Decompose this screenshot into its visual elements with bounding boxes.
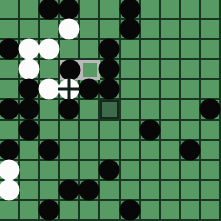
board-cell[interactable] — [60, 60, 80, 80]
board-cell[interactable] — [80, 0, 100, 20]
board-cell[interactable] — [141, 80, 161, 100]
board-cell[interactable] — [80, 60, 100, 80]
black-stone — [59, 179, 80, 200]
board-cell[interactable] — [201, 161, 221, 181]
black-stone — [139, 119, 160, 140]
board-cell[interactable] — [181, 201, 201, 221]
board-cell[interactable] — [141, 141, 161, 161]
board-cell[interactable] — [141, 60, 161, 80]
board-cell[interactable] — [40, 100, 60, 120]
board-cell[interactable] — [40, 181, 60, 201]
white-stone — [19, 39, 40, 60]
board-cell[interactable] — [40, 161, 60, 181]
board-cell[interactable] — [181, 161, 201, 181]
board-cell[interactable] — [201, 201, 221, 221]
board-cell[interactable] — [201, 141, 221, 161]
board-cell[interactable] — [201, 181, 221, 201]
board-cell[interactable] — [161, 100, 181, 120]
board-cell[interactable] — [121, 121, 141, 141]
board-cell[interactable] — [20, 20, 40, 40]
black-stone — [199, 99, 220, 120]
board-cell[interactable] — [20, 0, 40, 20]
board-cell[interactable] — [181, 121, 201, 141]
board-cell[interactable] — [0, 181, 20, 201]
board-cell[interactable] — [20, 80, 40, 100]
white-stone — [39, 79, 60, 100]
board-grid — [0, 0, 221, 221]
board-cell[interactable] — [40, 20, 60, 40]
board-cell[interactable] — [201, 0, 221, 20]
board-cell[interactable] — [20, 141, 40, 161]
board-cell[interactable] — [201, 60, 221, 80]
black-stone — [19, 99, 40, 120]
board-cell[interactable] — [20, 201, 40, 221]
board-cell[interactable] — [181, 100, 201, 120]
black-stone — [39, 0, 60, 20]
board-cell[interactable] — [161, 201, 181, 221]
board-cell[interactable] — [20, 181, 40, 201]
board-cell[interactable] — [20, 121, 40, 141]
board-cell[interactable] — [181, 141, 201, 161]
board-cell[interactable] — [40, 141, 60, 161]
board-cell[interactable] — [141, 181, 161, 201]
board-cell[interactable] — [80, 80, 100, 100]
board-cell[interactable] — [20, 60, 40, 80]
board-cell[interactable] — [0, 201, 20, 221]
board-cell[interactable] — [60, 181, 80, 201]
board-cell[interactable] — [60, 141, 80, 161]
board-cell[interactable] — [121, 201, 141, 221]
board-cell[interactable] — [40, 201, 60, 221]
board-cell[interactable] — [121, 161, 141, 181]
board-cell[interactable] — [121, 181, 141, 201]
black-stone — [59, 99, 80, 120]
black-stone — [79, 79, 100, 100]
board-cell[interactable] — [161, 40, 181, 60]
board-cell[interactable] — [161, 20, 181, 40]
white-stone — [19, 59, 40, 80]
board-cell[interactable] — [181, 20, 201, 40]
black-stone — [119, 199, 140, 220]
board-cell[interactable] — [100, 60, 120, 80]
board-cell[interactable] — [121, 60, 141, 80]
board-cell[interactable] — [40, 121, 60, 141]
board-cell[interactable] — [0, 20, 20, 40]
board-cell[interactable] — [161, 161, 181, 181]
board-cell[interactable] — [100, 201, 120, 221]
black-stone — [119, 0, 140, 20]
black-stone — [99, 159, 120, 180]
board-cell[interactable] — [121, 100, 141, 120]
board-cell[interactable] — [181, 60, 201, 80]
board-cell[interactable] — [100, 141, 120, 161]
black-stone — [119, 19, 140, 40]
board-cell[interactable] — [201, 121, 221, 141]
board-cell[interactable] — [60, 40, 80, 60]
board-cell[interactable] — [60, 80, 80, 100]
board-cell[interactable] — [0, 60, 20, 80]
board-cell[interactable] — [161, 121, 181, 141]
board-cell[interactable] — [0, 40, 20, 60]
board-cell[interactable] — [201, 40, 221, 60]
board-cell[interactable] — [0, 80, 20, 100]
board-cell[interactable] — [181, 80, 201, 100]
cross-marker — [68, 78, 71, 100]
board-cell[interactable] — [201, 100, 221, 120]
board-cell[interactable] — [141, 20, 161, 40]
board-cell[interactable] — [121, 0, 141, 20]
board-cell[interactable] — [141, 201, 161, 221]
board-cell[interactable] — [100, 181, 120, 201]
board-cell[interactable] — [0, 161, 20, 181]
board-cell[interactable] — [181, 40, 201, 60]
board-cell[interactable] — [80, 141, 100, 161]
board-cell[interactable] — [60, 0, 80, 20]
white-stone — [39, 39, 60, 60]
board-cell[interactable] — [100, 40, 120, 60]
black-stone — [99, 79, 120, 100]
board-cell[interactable] — [121, 80, 141, 100]
board-cell[interactable] — [60, 201, 80, 221]
board-cell[interactable] — [60, 121, 80, 141]
board-cell[interactable] — [100, 100, 120, 120]
board-cell[interactable] — [181, 181, 201, 201]
board-cell[interactable] — [161, 141, 181, 161]
white-stone — [59, 19, 80, 40]
black-stone — [39, 199, 60, 220]
board-cell[interactable] — [60, 20, 80, 40]
white-stone — [0, 179, 20, 200]
board-cell[interactable] — [0, 141, 20, 161]
board-cell[interactable] — [161, 60, 181, 80]
board-cell[interactable] — [201, 80, 221, 100]
board-cell[interactable] — [20, 100, 40, 120]
board-cell[interactable] — [60, 161, 80, 181]
board-cell[interactable] — [141, 0, 161, 20]
board-cell[interactable] — [80, 121, 100, 141]
black-stone — [59, 0, 80, 20]
board-cell[interactable] — [181, 0, 201, 20]
board-cell[interactable] — [100, 20, 120, 40]
board-cell[interactable] — [0, 121, 20, 141]
board-cell[interactable] — [40, 60, 60, 80]
board-cell[interactable] — [80, 40, 100, 60]
board-cell[interactable] — [141, 40, 161, 60]
board-cell[interactable] — [141, 161, 161, 181]
black-stone — [99, 59, 120, 80]
board-cell[interactable] — [100, 161, 120, 181]
board-cell[interactable] — [161, 0, 181, 20]
black-stone — [0, 139, 20, 160]
board-cell[interactable] — [40, 40, 60, 60]
board-cell[interactable] — [0, 100, 20, 120]
board-cell[interactable] — [121, 141, 141, 161]
board-cell[interactable] — [121, 40, 141, 60]
board-cell[interactable] — [100, 0, 120, 20]
board-cell[interactable] — [100, 121, 120, 141]
board-cell[interactable] — [80, 161, 100, 181]
board-cell[interactable] — [161, 80, 181, 100]
black-stone — [0, 39, 20, 60]
board-cell[interactable] — [20, 40, 40, 60]
board-cell[interactable] — [141, 100, 161, 120]
board-cell[interactable] — [100, 80, 120, 100]
board-cell[interactable] — [121, 20, 141, 40]
board-cell[interactable] — [40, 0, 60, 20]
board-cell[interactable] — [161, 181, 181, 201]
black-stone — [39, 139, 60, 160]
black-stone — [79, 179, 100, 200]
board-cell[interactable] — [80, 20, 100, 40]
black-stone — [19, 79, 40, 100]
board-cell[interactable] — [0, 0, 20, 20]
black-stone — [0, 99, 20, 120]
board-cell[interactable] — [80, 100, 100, 120]
board-cell[interactable] — [80, 181, 100, 201]
board-cell[interactable] — [20, 161, 40, 181]
board-cell[interactable] — [201, 20, 221, 40]
black-stone — [19, 119, 40, 140]
white-stone — [0, 159, 20, 180]
board-cell[interactable] — [40, 80, 60, 100]
board-cell[interactable] — [141, 121, 161, 141]
black-stone — [99, 39, 120, 60]
board-cell[interactable] — [60, 100, 80, 120]
black-stone — [179, 139, 200, 160]
board-cell[interactable] — [80, 201, 100, 221]
